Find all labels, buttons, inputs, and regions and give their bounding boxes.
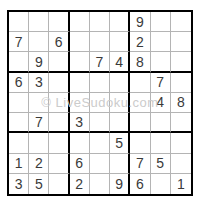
sudoku-cell-r7c4[interactable]: [70, 133, 90, 153]
sudoku-cell-r5c8[interactable]: 4: [151, 93, 171, 113]
sudoku-cell-r9c3[interactable]: [49, 174, 69, 194]
sudoku-cell-r8c5[interactable]: [90, 154, 110, 174]
sudoku-cell-r6c7[interactable]: [130, 113, 150, 133]
sudoku-cell-r4c4[interactable]: [70, 73, 90, 93]
sudoku-cell-r1c5[interactable]: [90, 12, 110, 32]
sudoku-cell-r4c7[interactable]: [130, 73, 150, 93]
sudoku-cell-r1c9[interactable]: [171, 12, 191, 32]
sudoku-cell-r8c1[interactable]: 1: [9, 154, 29, 174]
sudoku-cell-r7c7[interactable]: [130, 133, 150, 153]
sudoku-cell-r6c4[interactable]: 3: [70, 113, 90, 133]
sudoku-cell-r3c2[interactable]: 9: [29, 52, 49, 72]
sudoku-cell-r7c9[interactable]: [171, 133, 191, 153]
sudoku-cell-r9c8[interactable]: [151, 174, 171, 194]
sudoku-cell-r7c6[interactable]: 5: [110, 133, 130, 153]
sudoku-cell-r8c2[interactable]: 2: [29, 154, 49, 174]
sudoku-cell-r4c2[interactable]: 3: [29, 73, 49, 93]
sudoku-cell-r6c9[interactable]: [171, 113, 191, 133]
sudoku-cell-r9c5[interactable]: [90, 174, 110, 194]
sudoku-cell-r3c7[interactable]: 8: [130, 52, 150, 72]
sudoku-cell-r1c7[interactable]: 9: [130, 12, 150, 32]
sudoku-cell-r1c3[interactable]: [49, 12, 69, 32]
sudoku-cell-r7c8[interactable]: [151, 133, 171, 153]
sudoku-cell-r7c3[interactable]: [49, 133, 69, 153]
sudoku-cell-r9c9[interactable]: 1: [171, 174, 191, 194]
sudoku-cell-r5c5[interactable]: [90, 93, 110, 113]
sudoku-cell-r3c8[interactable]: [151, 52, 171, 72]
sudoku-cell-r8c4[interactable]: 6: [70, 154, 90, 174]
sudoku-board: 976297486374873512675352961: [7, 10, 193, 196]
sudoku-cell-r3c3[interactable]: [49, 52, 69, 72]
sudoku-cell-r8c6[interactable]: [110, 154, 130, 174]
sudoku-cell-r8c3[interactable]: [49, 154, 69, 174]
sudoku-cell-r6c8[interactable]: [151, 113, 171, 133]
sudoku-cell-r7c5[interactable]: [90, 133, 110, 153]
sudoku-cell-r5c9[interactable]: 8: [171, 93, 191, 113]
sudoku-cell-r9c6[interactable]: 9: [110, 174, 130, 194]
sudoku-cell-r5c6[interactable]: [110, 93, 130, 113]
sudoku-cell-r6c6[interactable]: [110, 113, 130, 133]
sudoku-cell-r3c6[interactable]: 4: [110, 52, 130, 72]
sudoku-cell-r5c2[interactable]: [29, 93, 49, 113]
sudoku-cell-r9c4[interactable]: 2: [70, 174, 90, 194]
sudoku-cell-r1c4[interactable]: [70, 12, 90, 32]
sudoku-cell-r2c4[interactable]: [70, 32, 90, 52]
sudoku-cell-r6c2[interactable]: 7: [29, 113, 49, 133]
sudoku-cell-r8c8[interactable]: 5: [151, 154, 171, 174]
sudoku-cell-r1c6[interactable]: [110, 12, 130, 32]
sudoku-cell-r3c4[interactable]: [70, 52, 90, 72]
sudoku-cell-r1c8[interactable]: [151, 12, 171, 32]
sudoku-cell-r9c2[interactable]: 5: [29, 174, 49, 194]
sudoku-cell-r5c7[interactable]: [130, 93, 150, 113]
sudoku-cell-r6c5[interactable]: [90, 113, 110, 133]
sudoku-cell-r9c1[interactable]: 3: [9, 174, 29, 194]
sudoku-cell-r2c1[interactable]: 7: [9, 32, 29, 52]
sudoku-cell-r7c2[interactable]: [29, 133, 49, 153]
sudoku-cell-r5c1[interactable]: [9, 93, 29, 113]
sudoku-cell-r2c6[interactable]: [110, 32, 130, 52]
sudoku-cell-r4c8[interactable]: 7: [151, 73, 171, 93]
sudoku-cell-r5c3[interactable]: [49, 93, 69, 113]
sudoku-cell-r8c9[interactable]: [171, 154, 191, 174]
sudoku-cell-r2c9[interactable]: [171, 32, 191, 52]
sudoku-cell-r4c9[interactable]: [171, 73, 191, 93]
sudoku-cell-r2c5[interactable]: [90, 32, 110, 52]
sudoku-cell-r3c5[interactable]: 7: [90, 52, 110, 72]
sudoku-cell-r6c3[interactable]: [49, 113, 69, 133]
sudoku-cell-r4c1[interactable]: 6: [9, 73, 29, 93]
sudoku-cell-r2c7[interactable]: 2: [130, 32, 150, 52]
sudoku-cell-r2c3[interactable]: 6: [49, 32, 69, 52]
sudoku-cell-r9c7[interactable]: 6: [130, 174, 150, 194]
sudoku-cell-r8c7[interactable]: 7: [130, 154, 150, 174]
sudoku-cell-r2c8[interactable]: [151, 32, 171, 52]
sudoku-cell-r3c1[interactable]: [9, 52, 29, 72]
sudoku-cell-r4c5[interactable]: [90, 73, 110, 93]
sudoku-cell-r3c9[interactable]: [171, 52, 191, 72]
sudoku-cell-r4c3[interactable]: [49, 73, 69, 93]
sudoku-cell-r7c1[interactable]: [9, 133, 29, 153]
sudoku-cell-r1c2[interactable]: [29, 12, 49, 32]
sudoku-cell-r6c1[interactable]: [9, 113, 29, 133]
sudoku-cell-r4c6[interactable]: [110, 73, 130, 93]
sudoku-cell-r5c4[interactable]: [70, 93, 90, 113]
sudoku-cell-r1c1[interactable]: [9, 12, 29, 32]
sudoku-cell-r2c2[interactable]: [29, 32, 49, 52]
